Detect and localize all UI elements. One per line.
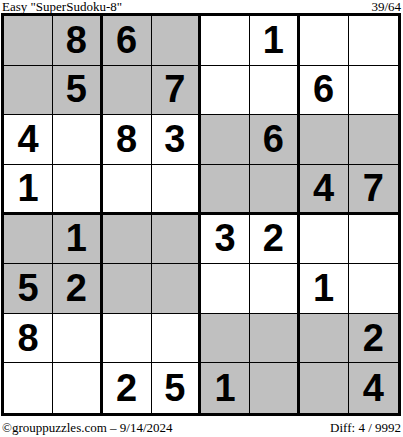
cell-r4c1: 1	[4, 165, 53, 215]
cell-r3c6: 6	[250, 115, 299, 165]
cell-r7c6	[250, 314, 299, 364]
cell-r1c8	[349, 16, 398, 66]
cell-r1c3: 6	[103, 16, 152, 66]
cell-r1c1	[4, 16, 53, 66]
cell-r8c2	[53, 363, 102, 413]
cell-r7c7	[300, 314, 349, 364]
cell-r5c8	[349, 215, 398, 265]
header: Easy "SuperSudoku-8" 39/64	[2, 0, 401, 13]
cell-r8c7	[300, 363, 349, 413]
cell-r7c2	[53, 314, 102, 364]
cell-r5c1	[4, 215, 53, 265]
cell-r7c1: 8	[4, 314, 53, 364]
cell-r7c8: 2	[349, 314, 398, 364]
cell-r8c3: 2	[103, 363, 152, 413]
footer: ©grouppuzzles.com – 9/14/2024 Diff: 4 / …	[2, 420, 401, 436]
cell-r2c6	[250, 66, 299, 116]
cell-r1c4	[152, 16, 201, 66]
cell-r2c1	[4, 66, 53, 116]
cell-r4c3	[103, 165, 152, 215]
copyright-credit: ©grouppuzzles.com – 9/14/2024	[2, 420, 173, 436]
cell-r3c1: 4	[4, 115, 53, 165]
cell-r2c5	[201, 66, 250, 116]
cell-r6c7: 1	[300, 264, 349, 314]
cell-r6c4	[152, 264, 201, 314]
cell-r5c6: 2	[250, 215, 299, 265]
cell-r1c6: 1	[250, 16, 299, 66]
cell-r2c7: 6	[300, 66, 349, 116]
cell-r2c8	[349, 66, 398, 116]
difficulty-label: Diff: 4 / 9992	[330, 420, 401, 436]
cell-r3c5	[201, 115, 250, 165]
cell-r5c3	[103, 215, 152, 265]
cell-r3c8	[349, 115, 398, 165]
cell-r7c4	[152, 314, 201, 364]
cell-r6c6	[250, 264, 299, 314]
puzzle-page: Easy "SuperSudoku-8" 39/64 8615764836147…	[0, 0, 403, 437]
cell-r8c5: 1	[201, 363, 250, 413]
cell-r6c2: 2	[53, 264, 102, 314]
cell-r4c4	[152, 165, 201, 215]
cell-r6c8	[349, 264, 398, 314]
cell-r5c5: 3	[201, 215, 250, 265]
cell-r6c1: 5	[4, 264, 53, 314]
cell-r5c4	[152, 215, 201, 265]
cell-r1c2: 8	[53, 16, 102, 66]
cell-r2c4: 7	[152, 66, 201, 116]
cell-r2c2: 5	[53, 66, 102, 116]
cell-r6c3	[103, 264, 152, 314]
cell-r4c2	[53, 165, 102, 215]
clue-counter: 39/64	[371, 0, 401, 13]
cell-r3c4: 3	[152, 115, 201, 165]
cell-r3c7	[300, 115, 349, 165]
cell-r7c3	[103, 314, 152, 364]
cell-r6c5	[201, 264, 250, 314]
cell-r4c6	[250, 165, 299, 215]
cell-r1c7	[300, 16, 349, 66]
cell-r4c5	[201, 165, 250, 215]
cell-r8c1	[4, 363, 53, 413]
cell-r7c5	[201, 314, 250, 364]
cell-r1c5	[201, 16, 250, 66]
cell-r2c3	[103, 66, 152, 116]
cell-r4c8: 7	[349, 165, 398, 215]
cell-r5c7	[300, 215, 349, 265]
cell-r8c6	[250, 363, 299, 413]
cell-r4c7: 4	[300, 165, 349, 215]
cell-r3c2	[53, 115, 102, 165]
cell-r3c3: 8	[103, 115, 152, 165]
cell-r8c4: 5	[152, 363, 201, 413]
cell-r5c2: 1	[53, 215, 102, 265]
cell-r8c8: 4	[349, 363, 398, 413]
puzzle-title: Easy "SuperSudoku-8"	[2, 0, 122, 13]
sudoku-board: 8615764836147132521822514	[1, 13, 401, 416]
